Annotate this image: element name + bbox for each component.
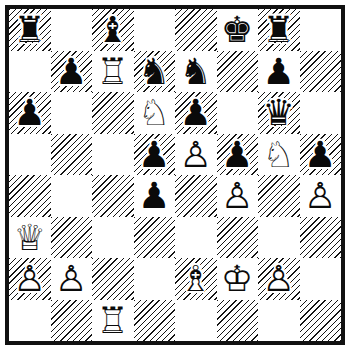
black-pawn-f5: ♟ xyxy=(217,134,259,176)
white-pawn-f4: ♙ xyxy=(217,175,259,217)
white-king-f2: ♔ xyxy=(217,258,259,300)
square-h4: ♟♙ xyxy=(300,175,342,217)
square-a2: ♟♙ xyxy=(9,258,51,300)
square-h6 xyxy=(300,92,342,134)
square-h2 xyxy=(300,258,342,300)
square-a4 xyxy=(9,175,51,217)
chess-board: ♜♝♚♜♟♜♖♞♞♟♟♞♘♟♛♟♟♙♟♞♘♟♟♟♙♟♙♛♕♟♙♟♙♝♗♚♔♟♙♜… xyxy=(9,9,341,341)
square-d2 xyxy=(134,258,176,300)
square-c7: ♜♖ xyxy=(92,51,134,93)
square-a1 xyxy=(9,300,51,342)
square-c3 xyxy=(92,217,134,259)
black-king-f8: ♚ xyxy=(217,9,259,51)
white-bishop-e2: ♗ xyxy=(175,258,217,300)
white-knight-d6: ♘ xyxy=(134,92,176,134)
black-pawn-g7: ♟ xyxy=(258,51,300,93)
square-e5: ♟♙ xyxy=(175,134,217,176)
square-d3 xyxy=(134,217,176,259)
square-a6: ♟ xyxy=(9,92,51,134)
white-pawn-b2: ♙ xyxy=(51,258,93,300)
square-d7: ♞ xyxy=(134,51,176,93)
white-rook-c7: ♖ xyxy=(92,51,134,93)
square-c6 xyxy=(92,92,134,134)
square-f4: ♟♙ xyxy=(217,175,259,217)
square-f3 xyxy=(217,217,259,259)
square-f8: ♚ xyxy=(217,9,259,51)
square-c2 xyxy=(92,258,134,300)
square-g1 xyxy=(258,300,300,342)
square-f5: ♟ xyxy=(217,134,259,176)
white-pawn-e5: ♙ xyxy=(175,134,217,176)
square-c4 xyxy=(92,175,134,217)
square-d6: ♞♘ xyxy=(134,92,176,134)
black-rook-g8: ♜ xyxy=(258,9,300,51)
white-pawn-g2: ♙ xyxy=(258,258,300,300)
square-e4 xyxy=(175,175,217,217)
square-d5: ♟ xyxy=(134,134,176,176)
square-g3 xyxy=(258,217,300,259)
square-b3 xyxy=(51,217,93,259)
black-pawn-h5: ♟ xyxy=(300,134,342,176)
square-h3 xyxy=(300,217,342,259)
square-c5 xyxy=(92,134,134,176)
white-knight-g5: ♘ xyxy=(258,134,300,176)
square-b6 xyxy=(51,92,93,134)
square-a7 xyxy=(9,51,51,93)
square-b1 xyxy=(51,300,93,342)
square-b8 xyxy=(51,9,93,51)
square-d1 xyxy=(134,300,176,342)
square-e8 xyxy=(175,9,217,51)
square-h8 xyxy=(300,9,342,51)
black-knight-e7: ♞ xyxy=(175,51,217,93)
black-pawn-e6: ♟ xyxy=(175,92,217,134)
square-e2: ♝♗ xyxy=(175,258,217,300)
white-rook-c1: ♖ xyxy=(92,300,134,342)
black-queen-g6: ♛ xyxy=(258,92,300,134)
square-a3: ♛♕ xyxy=(9,217,51,259)
black-bishop-c8: ♝ xyxy=(92,9,134,51)
square-e6: ♟ xyxy=(175,92,217,134)
black-pawn-d4: ♟ xyxy=(134,175,176,217)
square-b4 xyxy=(51,175,93,217)
square-a8: ♜ xyxy=(9,9,51,51)
square-h7 xyxy=(300,51,342,93)
white-pawn-h4: ♙ xyxy=(300,175,342,217)
square-b7: ♟ xyxy=(51,51,93,93)
square-e3 xyxy=(175,217,217,259)
square-f2: ♚♔ xyxy=(217,258,259,300)
chess-diagram: ♜♝♚♜♟♜♖♞♞♟♟♞♘♟♛♟♟♙♟♞♘♟♟♟♙♟♙♛♕♟♙♟♙♝♗♚♔♟♙♜… xyxy=(0,0,350,350)
square-c1: ♜♖ xyxy=(92,300,134,342)
square-g4 xyxy=(258,175,300,217)
square-g6: ♛ xyxy=(258,92,300,134)
square-d4: ♟ xyxy=(134,175,176,217)
square-c8: ♝ xyxy=(92,9,134,51)
square-g8: ♜ xyxy=(258,9,300,51)
square-h1 xyxy=(300,300,342,342)
square-a5 xyxy=(9,134,51,176)
square-f6 xyxy=(217,92,259,134)
square-e7: ♞ xyxy=(175,51,217,93)
square-g5: ♞♘ xyxy=(258,134,300,176)
white-queen-a3: ♕ xyxy=(9,217,51,259)
black-knight-d7: ♞ xyxy=(134,51,176,93)
black-pawn-d5: ♟ xyxy=(134,134,176,176)
square-b2: ♟♙ xyxy=(51,258,93,300)
square-g7: ♟ xyxy=(258,51,300,93)
square-h5: ♟ xyxy=(300,134,342,176)
square-b5 xyxy=(51,134,93,176)
white-pawn-a2: ♙ xyxy=(9,258,51,300)
square-f7 xyxy=(217,51,259,93)
black-rook-a8: ♜ xyxy=(9,9,51,51)
square-f1 xyxy=(217,300,259,342)
square-g2: ♟♙ xyxy=(258,258,300,300)
square-d8 xyxy=(134,9,176,51)
black-pawn-a6: ♟ xyxy=(9,92,51,134)
black-pawn-b7: ♟ xyxy=(51,51,93,93)
board-frame: ♜♝♚♜♟♜♖♞♞♟♟♞♘♟♛♟♟♙♟♞♘♟♟♟♙♟♙♛♕♟♙♟♙♝♗♚♔♟♙♜… xyxy=(5,5,345,345)
square-e1 xyxy=(175,300,217,342)
